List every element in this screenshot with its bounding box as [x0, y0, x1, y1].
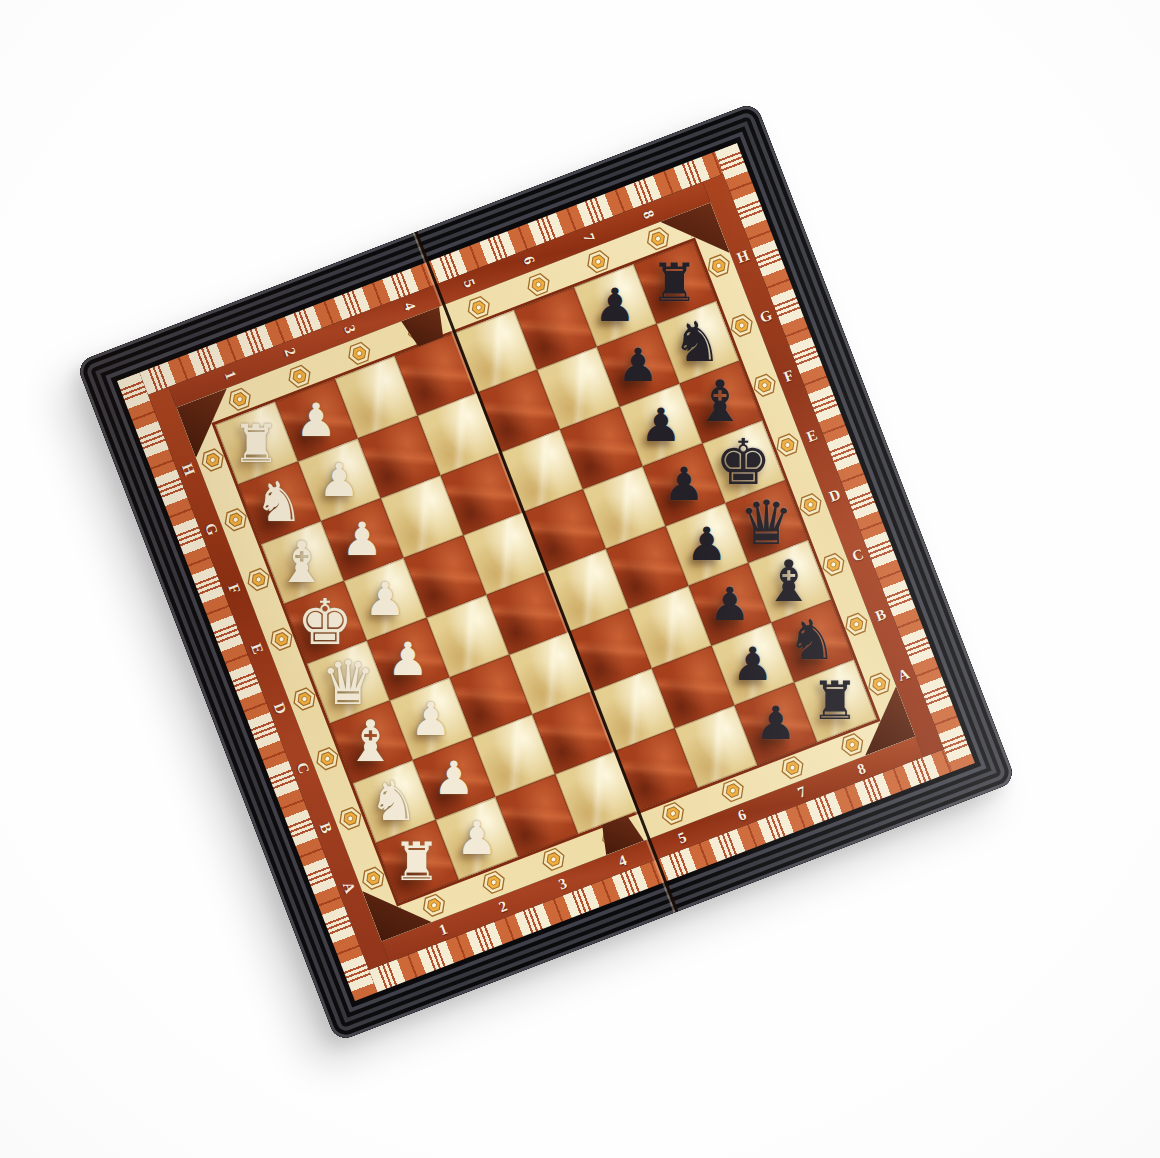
piece-black-knight-b8[interactable]: ♞: [788, 614, 837, 669]
piece-black-king-e8[interactable]: ♚: [715, 430, 771, 493]
piece-white-knight-b1[interactable]: ♞: [370, 774, 419, 829]
piece-black-queen-d8[interactable]: ♛: [739, 491, 794, 552]
piece-white-king-e1[interactable]: ♚: [297, 591, 353, 654]
piece-black-pawn-e7[interactable]: ♟: [663, 462, 704, 508]
piece-white-pawn-c2[interactable]: ♟: [410, 696, 451, 742]
piece-black-pawn-h7[interactable]: ♟: [594, 283, 635, 329]
piece-white-bishop-c1[interactable]: ♝: [346, 713, 397, 770]
piece-white-rook-a1[interactable]: ♜: [393, 835, 441, 888]
piece-black-pawn-a7[interactable]: ♟: [755, 701, 796, 747]
piece-white-pawn-h2[interactable]: ♟: [296, 397, 337, 443]
piece-black-bishop-f8[interactable]: ♝: [695, 374, 746, 431]
piece-black-pawn-b7[interactable]: ♟: [732, 641, 773, 687]
product-photo-scene: HGFEDCBA HGFEDCBA 87654321 87654321 ♜♞♝♚…: [0, 0, 1160, 1158]
piece-white-rook-h1[interactable]: ♜: [233, 417, 281, 470]
piece-black-bishop-c8[interactable]: ♝: [764, 553, 815, 610]
piece-white-queen-d1[interactable]: ♛: [321, 652, 376, 713]
piece-white-pawn-b2[interactable]: ♟: [433, 756, 474, 802]
piece-black-pawn-f7[interactable]: ♟: [640, 402, 681, 448]
chess-board: HGFEDCBA HGFEDCBA 87654321 87654321 ♜♞♝♚…: [76, 102, 1017, 1043]
piece-white-pawn-d2[interactable]: ♟: [387, 636, 428, 682]
piece-white-pawn-a2[interactable]: ♟: [456, 815, 497, 861]
piece-white-pawn-f2[interactable]: ♟: [342, 517, 383, 563]
piece-black-knight-g8[interactable]: ♞: [673, 315, 722, 370]
piece-white-pawn-e2[interactable]: ♟: [365, 576, 406, 622]
piece-white-pawn-g2[interactable]: ♟: [319, 457, 360, 503]
piece-white-bishop-f1[interactable]: ♝: [277, 534, 328, 591]
piece-black-rook-h8[interactable]: ♜: [651, 256, 699, 309]
piece-black-pawn-c7[interactable]: ♟: [709, 581, 750, 627]
piece-black-pawn-g7[interactable]: ♟: [617, 342, 658, 388]
piece-black-pawn-d7[interactable]: ♟: [686, 522, 727, 568]
piece-black-rook-a8[interactable]: ♜: [812, 674, 860, 727]
piece-white-knight-g1[interactable]: ♞: [255, 475, 304, 530]
